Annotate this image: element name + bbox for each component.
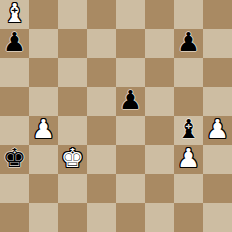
- square-a4[interactable]: [0, 116, 29, 145]
- square-h8[interactable]: [203, 0, 232, 29]
- white-bishop-a8[interactable]: ♝: [3, 0, 26, 28]
- square-a3[interactable]: ♚: [0, 145, 29, 174]
- square-g4[interactable]: ♝: [174, 116, 203, 145]
- square-g6[interactable]: [174, 58, 203, 87]
- square-f2[interactable]: [145, 174, 174, 203]
- square-d6[interactable]: [87, 58, 116, 87]
- square-d5[interactable]: [87, 87, 116, 116]
- white-pawn-g3[interactable]: ♟: [177, 145, 200, 173]
- square-a8[interactable]: ♝: [0, 0, 29, 29]
- square-e2[interactable]: [116, 174, 145, 203]
- square-h4[interactable]: ♟: [203, 116, 232, 145]
- chess-board: ♝♟♟♟♟♝♟♚♚♟: [0, 0, 232, 232]
- white-pawn-b4[interactable]: ♟: [32, 116, 55, 144]
- square-c5[interactable]: [58, 87, 87, 116]
- square-c1[interactable]: [58, 203, 87, 232]
- square-h5[interactable]: [203, 87, 232, 116]
- square-c8[interactable]: [58, 0, 87, 29]
- square-d8[interactable]: [87, 0, 116, 29]
- square-b1[interactable]: [29, 203, 58, 232]
- square-e3[interactable]: [116, 145, 145, 174]
- white-pawn-h4[interactable]: ♟: [206, 116, 229, 144]
- square-a2[interactable]: [0, 174, 29, 203]
- square-g7[interactable]: ♟: [174, 29, 203, 58]
- square-e1[interactable]: [116, 203, 145, 232]
- square-f7[interactable]: [145, 29, 174, 58]
- square-f4[interactable]: [145, 116, 174, 145]
- square-e8[interactable]: [116, 0, 145, 29]
- square-d7[interactable]: [87, 29, 116, 58]
- black-pawn-e5[interactable]: ♟: [119, 87, 142, 115]
- black-pawn-a7[interactable]: ♟: [3, 29, 26, 57]
- square-b6[interactable]: [29, 58, 58, 87]
- black-king-a3[interactable]: ♚: [3, 145, 26, 173]
- square-b4[interactable]: ♟: [29, 116, 58, 145]
- square-a1[interactable]: [0, 203, 29, 232]
- square-c6[interactable]: [58, 58, 87, 87]
- square-a6[interactable]: [0, 58, 29, 87]
- square-h2[interactable]: [203, 174, 232, 203]
- square-g2[interactable]: [174, 174, 203, 203]
- square-a7[interactable]: ♟: [0, 29, 29, 58]
- square-f8[interactable]: [145, 0, 174, 29]
- square-b3[interactable]: [29, 145, 58, 174]
- square-f6[interactable]: [145, 58, 174, 87]
- square-h3[interactable]: [203, 145, 232, 174]
- square-c2[interactable]: [58, 174, 87, 203]
- square-c7[interactable]: [58, 29, 87, 58]
- square-a5[interactable]: [0, 87, 29, 116]
- square-b8[interactable]: [29, 0, 58, 29]
- square-f1[interactable]: [145, 203, 174, 232]
- square-g1[interactable]: [174, 203, 203, 232]
- square-b5[interactable]: [29, 87, 58, 116]
- square-d1[interactable]: [87, 203, 116, 232]
- square-b2[interactable]: [29, 174, 58, 203]
- black-pawn-g7[interactable]: ♟: [177, 29, 200, 57]
- square-e5[interactable]: ♟: [116, 87, 145, 116]
- square-c3[interactable]: ♚: [58, 145, 87, 174]
- square-e6[interactable]: [116, 58, 145, 87]
- square-c4[interactable]: [58, 116, 87, 145]
- square-g8[interactable]: [174, 0, 203, 29]
- square-h1[interactable]: [203, 203, 232, 232]
- square-e7[interactable]: [116, 29, 145, 58]
- black-bishop-g4[interactable]: ♝: [177, 116, 200, 144]
- white-king-c3[interactable]: ♚: [61, 145, 84, 173]
- square-h7[interactable]: [203, 29, 232, 58]
- square-h6[interactable]: [203, 58, 232, 87]
- square-b7[interactable]: [29, 29, 58, 58]
- square-g3[interactable]: ♟: [174, 145, 203, 174]
- square-g5[interactable]: [174, 87, 203, 116]
- square-e4[interactable]: [116, 116, 145, 145]
- square-f3[interactable]: [145, 145, 174, 174]
- square-d2[interactable]: [87, 174, 116, 203]
- square-d3[interactable]: [87, 145, 116, 174]
- square-d4[interactable]: [87, 116, 116, 145]
- square-f5[interactable]: [145, 87, 174, 116]
